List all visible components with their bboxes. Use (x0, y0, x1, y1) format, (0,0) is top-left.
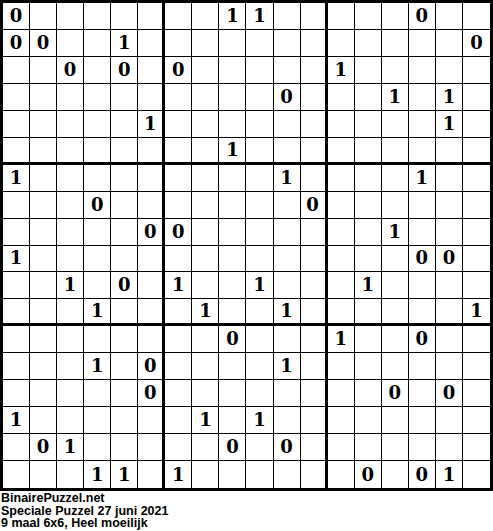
cell-r4c11: 0 (274, 84, 301, 111)
cell-r1c14[interactable] (355, 3, 382, 30)
cell-r1c15[interactable] (382, 3, 409, 30)
cell-r12c7[interactable] (165, 299, 192, 326)
cell-r13c6[interactable] (138, 326, 165, 353)
cell-r5c3[interactable] (57, 111, 84, 138)
cell-r10c14[interactable] (355, 246, 382, 273)
cell-r2c18: 0 (463, 30, 490, 57)
cell-r4c10[interactable] (246, 84, 273, 111)
cell-r11c12[interactable] (301, 272, 328, 299)
cell-r3c9[interactable] (219, 57, 246, 84)
cell-r9c10[interactable] (246, 219, 273, 246)
cell-r17c16[interactable] (409, 434, 436, 461)
cell-r3c4[interactable] (84, 57, 111, 84)
cell-r9c18[interactable] (463, 219, 490, 246)
cell-r17c10[interactable] (246, 434, 273, 461)
cell-r13c15[interactable] (382, 326, 409, 353)
cell-r11c7: 1 (165, 272, 192, 299)
cell-r6c18[interactable] (463, 138, 490, 165)
cell-r3c15[interactable] (382, 57, 409, 84)
cell-r4c6[interactable] (138, 84, 165, 111)
cell-r3c7: 0 (165, 57, 192, 84)
cell-r16c3[interactable] (57, 407, 84, 434)
cell-r18c15[interactable] (382, 461, 409, 488)
cell-r6c17[interactable] (436, 138, 463, 165)
cell-r2c15[interactable] (382, 30, 409, 57)
cell-r4c14[interactable] (355, 84, 382, 111)
cell-r8c11[interactable] (274, 192, 301, 219)
cell-r17c6[interactable] (138, 434, 165, 461)
cell-r13c18[interactable] (463, 326, 490, 353)
cell-r6c1[interactable] (3, 138, 30, 165)
cell-r6c3[interactable] (57, 138, 84, 165)
cell-r15c5[interactable] (111, 380, 138, 407)
cell-r13c16: 0 (409, 326, 436, 353)
cell-r6c5[interactable] (111, 138, 138, 165)
cell-r9c2[interactable] (30, 219, 57, 246)
cell-r10c7[interactable] (165, 246, 192, 273)
cell-r5c15[interactable] (382, 111, 409, 138)
cell-r2c4[interactable] (84, 30, 111, 57)
cell-r3c11[interactable] (274, 57, 301, 84)
cell-r3c6[interactable] (138, 57, 165, 84)
cell-r3c2[interactable] (30, 57, 57, 84)
cell-r18c13[interactable] (328, 461, 355, 488)
cell-r12c1[interactable] (3, 299, 30, 326)
cell-r4c1[interactable] (3, 84, 30, 111)
cell-r9c7: 0 (165, 219, 192, 246)
cell-r4c12[interactable] (301, 84, 328, 111)
cell-r14c17[interactable] (436, 353, 463, 380)
cell-r14c16[interactable] (409, 353, 436, 380)
cell-r15c1[interactable] (3, 380, 30, 407)
cell-r14c18[interactable] (463, 353, 490, 380)
cell-r7c15[interactable] (382, 165, 409, 192)
cell-r16c6[interactable] (138, 407, 165, 434)
cell-r14c15[interactable] (382, 353, 409, 380)
cell-r12c15[interactable] (382, 299, 409, 326)
cell-r10c11[interactable] (274, 246, 301, 273)
cell-r13c11[interactable] (274, 326, 301, 353)
cell-r10c10[interactable] (246, 246, 273, 273)
cell-r17c18[interactable] (463, 434, 490, 461)
cell-r8c14[interactable] (355, 192, 382, 219)
cell-r14c1[interactable] (3, 353, 30, 380)
cell-r7c13[interactable] (328, 165, 355, 192)
cell-r9c16[interactable] (409, 219, 436, 246)
cell-r9c5[interactable] (111, 219, 138, 246)
cell-r18c12[interactable] (301, 461, 328, 488)
cell-r7c16: 1 (409, 165, 436, 192)
cell-r5c17: 1 (436, 111, 463, 138)
cell-r8c4: 0 (84, 192, 111, 219)
cell-r13c10[interactable] (246, 326, 273, 353)
cell-r15c2[interactable] (30, 380, 57, 407)
cell-r18c5: 1 (111, 461, 138, 488)
cell-r12c9[interactable] (219, 299, 246, 326)
cell-r4c16[interactable] (409, 84, 436, 111)
cell-r15c15: 0 (382, 380, 409, 407)
cell-r2c13[interactable] (328, 30, 355, 57)
cell-r12c14[interactable] (355, 299, 382, 326)
cell-r1c13[interactable] (328, 3, 355, 30)
cell-r1c4[interactable] (84, 3, 111, 30)
cell-r8c17[interactable] (436, 192, 463, 219)
cell-r7c3[interactable] (57, 165, 84, 192)
cell-r10c13[interactable] (328, 246, 355, 273)
cell-r15c4[interactable] (84, 380, 111, 407)
cell-r5c18[interactable] (463, 111, 490, 138)
cell-r18c3[interactable] (57, 461, 84, 488)
cell-r15c9[interactable] (219, 380, 246, 407)
cell-r15c7[interactable] (165, 380, 192, 407)
cell-r1c2[interactable] (30, 3, 57, 30)
cell-r11c17[interactable] (436, 272, 463, 299)
cell-r16c2[interactable] (30, 407, 57, 434)
cell-r9c12[interactable] (301, 219, 328, 246)
cell-r2c17[interactable] (436, 30, 463, 57)
cell-r13c3[interactable] (57, 326, 84, 353)
cell-r4c13[interactable] (328, 84, 355, 111)
cell-r14c9[interactable] (219, 353, 246, 380)
cell-r17c15[interactable] (382, 434, 409, 461)
cell-r16c12[interactable] (301, 407, 328, 434)
cell-r13c12[interactable] (301, 326, 328, 353)
cell-r11c10: 1 (246, 272, 273, 299)
cell-r13c5[interactable] (111, 326, 138, 353)
cell-r16c10: 1 (246, 407, 273, 434)
cell-r9c1[interactable] (3, 219, 30, 246)
cell-r17c14[interactable] (355, 434, 382, 461)
cell-r4c17: 1 (436, 84, 463, 111)
cell-r17c17[interactable] (436, 434, 463, 461)
cell-r7c14[interactable] (355, 165, 382, 192)
puzzle-footer: BinairePuzzel.net Speciale Puzzel 27 jun… (1, 492, 492, 530)
cell-r4c2[interactable] (30, 84, 57, 111)
cell-r16c13[interactable] (328, 407, 355, 434)
cell-r3c17[interactable] (436, 57, 463, 84)
cell-r18c6[interactable] (138, 461, 165, 488)
cell-r11c15[interactable] (382, 272, 409, 299)
cell-r7c4[interactable] (84, 165, 111, 192)
cell-r1c17[interactable] (436, 3, 463, 30)
cell-r8c1[interactable] (3, 192, 30, 219)
cell-r10c3[interactable] (57, 246, 84, 273)
cell-r2c9[interactable] (219, 30, 246, 57)
cell-r18c10[interactable] (246, 461, 273, 488)
cell-r1c1: 0 (3, 3, 30, 30)
cell-r5c1[interactable] (3, 111, 30, 138)
cell-r10c8[interactable] (192, 246, 219, 273)
cell-r6c8[interactable] (192, 138, 219, 165)
cell-r16c11[interactable] (274, 407, 301, 434)
cell-r1c16: 0 (409, 3, 436, 30)
cell-r10c15[interactable] (382, 246, 409, 273)
cell-r14c5[interactable] (111, 353, 138, 380)
cell-r11c9[interactable] (219, 272, 246, 299)
cell-r12c17[interactable] (436, 299, 463, 326)
cell-r5c12[interactable] (301, 111, 328, 138)
cell-r14c3[interactable] (57, 353, 84, 380)
cell-r3c16[interactable] (409, 57, 436, 84)
cell-r13c1[interactable] (3, 326, 30, 353)
cell-r10c12[interactable] (301, 246, 328, 273)
cell-r16c7[interactable] (165, 407, 192, 434)
cell-r15c13[interactable] (328, 380, 355, 407)
cell-r6c7[interactable] (165, 138, 192, 165)
cell-r15c17: 0 (436, 380, 463, 407)
cell-r8c5[interactable] (111, 192, 138, 219)
cell-r9c17[interactable] (436, 219, 463, 246)
cell-r4c9[interactable] (219, 84, 246, 111)
cell-r16c18[interactable] (463, 407, 490, 434)
cell-r2c5: 1 (111, 30, 138, 57)
cell-r12c16[interactable] (409, 299, 436, 326)
cell-r16c17[interactable] (436, 407, 463, 434)
cell-r14c6: 0 (138, 353, 165, 380)
cell-r3c14[interactable] (355, 57, 382, 84)
cell-r6c14[interactable] (355, 138, 382, 165)
cell-r17c1[interactable] (3, 434, 30, 461)
cell-r14c12[interactable] (301, 353, 328, 380)
cell-r6c12[interactable] (301, 138, 328, 165)
cell-r11c2[interactable] (30, 272, 57, 299)
cell-r3c12[interactable] (301, 57, 328, 84)
cell-r7c7[interactable] (165, 165, 192, 192)
cell-r4c18[interactable] (463, 84, 490, 111)
cell-r14c10[interactable] (246, 353, 273, 380)
cell-r11c5: 0 (111, 272, 138, 299)
cell-r3c8[interactable] (192, 57, 219, 84)
cell-r4c8[interactable] (192, 84, 219, 111)
cell-r16c4[interactable] (84, 407, 111, 434)
cell-r5c13[interactable] (328, 111, 355, 138)
cell-r11c8[interactable] (192, 272, 219, 299)
cell-r16c14[interactable] (355, 407, 382, 434)
cell-r6c15[interactable] (382, 138, 409, 165)
cell-r15c18[interactable] (463, 380, 490, 407)
cell-r18c1[interactable] (3, 461, 30, 488)
cell-r15c14[interactable] (355, 380, 382, 407)
cell-r17c13[interactable] (328, 434, 355, 461)
cell-r6c16[interactable] (409, 138, 436, 165)
cell-r18c18[interactable] (463, 461, 490, 488)
cell-r18c9[interactable] (219, 461, 246, 488)
cell-r5c8[interactable] (192, 111, 219, 138)
cell-r13c13: 1 (328, 326, 355, 353)
cell-r15c10[interactable] (246, 380, 273, 407)
cell-r10c18[interactable] (463, 246, 490, 273)
cell-r1c5[interactable] (111, 3, 138, 30)
cell-r14c14[interactable] (355, 353, 382, 380)
cell-r2c7[interactable] (165, 30, 192, 57)
cell-r10c9[interactable] (219, 246, 246, 273)
cell-r5c16[interactable] (409, 111, 436, 138)
cell-r9c8[interactable] (192, 219, 219, 246)
cell-r15c11[interactable] (274, 380, 301, 407)
cell-r1c11[interactable] (274, 3, 301, 30)
cell-r14c2[interactable] (30, 353, 57, 380)
cell-r13c7[interactable] (165, 326, 192, 353)
cell-r8c15[interactable] (382, 192, 409, 219)
cell-r16c1: 1 (3, 407, 30, 434)
cell-r18c8[interactable] (192, 461, 219, 488)
cell-r5c5[interactable] (111, 111, 138, 138)
cell-r8c3[interactable] (57, 192, 84, 219)
cell-r4c7[interactable] (165, 84, 192, 111)
cell-r14c13[interactable] (328, 353, 355, 380)
cell-r17c12[interactable] (301, 434, 328, 461)
cell-r12c3[interactable] (57, 299, 84, 326)
cell-r2c10[interactable] (246, 30, 273, 57)
cell-r8c7[interactable] (165, 192, 192, 219)
cell-r17c7[interactable] (165, 434, 192, 461)
cell-r2c16[interactable] (409, 30, 436, 57)
cell-r3c18[interactable] (463, 57, 490, 84)
cell-r10c5[interactable] (111, 246, 138, 273)
cell-r16c15[interactable] (382, 407, 409, 434)
cell-r10c6[interactable] (138, 246, 165, 273)
cell-r14c8[interactable] (192, 353, 219, 380)
cell-r17c11: 0 (274, 434, 301, 461)
cell-r10c4[interactable] (84, 246, 111, 273)
cell-r10c2[interactable] (30, 246, 57, 273)
cell-r12c2[interactable] (30, 299, 57, 326)
cell-r2c8[interactable] (192, 30, 219, 57)
cell-r13c8[interactable] (192, 326, 219, 353)
cell-r4c5[interactable] (111, 84, 138, 111)
cell-r7c10[interactable] (246, 165, 273, 192)
cell-r7c17[interactable] (436, 165, 463, 192)
cell-r8c2[interactable] (30, 192, 57, 219)
cell-r12c13[interactable] (328, 299, 355, 326)
cell-r9c11[interactable] (274, 219, 301, 246)
cell-r15c8[interactable] (192, 380, 219, 407)
cell-r7c9[interactable] (219, 165, 246, 192)
cell-r8c8[interactable] (192, 192, 219, 219)
cell-r15c3[interactable] (57, 380, 84, 407)
cell-r9c14[interactable] (355, 219, 382, 246)
cell-r7c18[interactable] (463, 165, 490, 192)
cell-r12c4: 1 (84, 299, 111, 326)
cell-r1c8[interactable] (192, 3, 219, 30)
cell-r3c10[interactable] (246, 57, 273, 84)
cell-r11c4[interactable] (84, 272, 111, 299)
cell-r16c16[interactable] (409, 407, 436, 434)
cell-r8c18[interactable] (463, 192, 490, 219)
cell-r8c13[interactable] (328, 192, 355, 219)
cell-r9c4[interactable] (84, 219, 111, 246)
cell-r17c4[interactable] (84, 434, 111, 461)
cell-r8c16[interactable] (409, 192, 436, 219)
cell-r11c16[interactable] (409, 272, 436, 299)
cell-r5c10[interactable] (246, 111, 273, 138)
cell-r1c12[interactable] (301, 3, 328, 30)
cell-r1c7[interactable] (165, 3, 192, 30)
cell-r6c2[interactable] (30, 138, 57, 165)
cell-r9c9[interactable] (219, 219, 246, 246)
cell-r11c13[interactable] (328, 272, 355, 299)
cell-r8c10[interactable] (246, 192, 273, 219)
cell-r16c5[interactable] (111, 407, 138, 434)
cell-r3c1[interactable] (3, 57, 30, 84)
cell-r18c17: 1 (436, 461, 463, 488)
cell-r6c4[interactable] (84, 138, 111, 165)
cell-r4c3[interactable] (57, 84, 84, 111)
cell-r11c11[interactable] (274, 272, 301, 299)
cell-r12c6[interactable] (138, 299, 165, 326)
cell-r5c11[interactable] (274, 111, 301, 138)
cell-r6c11[interactable] (274, 138, 301, 165)
cell-r11c18[interactable] (463, 272, 490, 299)
cell-r11c6[interactable] (138, 272, 165, 299)
cell-r13c2[interactable] (30, 326, 57, 353)
cell-r1c6[interactable] (138, 3, 165, 30)
cell-r1c18[interactable] (463, 3, 490, 30)
cell-r17c8[interactable] (192, 434, 219, 461)
cell-r7c5[interactable] (111, 165, 138, 192)
cell-r5c2[interactable] (30, 111, 57, 138)
cell-r12c11: 1 (274, 299, 301, 326)
cell-r8c9[interactable] (219, 192, 246, 219)
cell-r14c4: 1 (84, 353, 111, 380)
cell-r7c6[interactable] (138, 165, 165, 192)
cell-r17c9: 0 (219, 434, 246, 461)
cell-r12c8: 1 (192, 299, 219, 326)
cell-r5c9[interactable] (219, 111, 246, 138)
cell-r13c14[interactable] (355, 326, 382, 353)
cell-r5c14[interactable] (355, 111, 382, 138)
cell-r13c9: 0 (219, 326, 246, 353)
cell-r1c3[interactable] (57, 3, 84, 30)
cell-r11c1[interactable] (3, 272, 30, 299)
cell-r7c8[interactable] (192, 165, 219, 192)
cell-r9c3[interactable] (57, 219, 84, 246)
cell-r2c11[interactable] (274, 30, 301, 57)
cell-r7c12[interactable] (301, 165, 328, 192)
cell-r7c2[interactable] (30, 165, 57, 192)
cell-r13c4[interactable] (84, 326, 111, 353)
cell-r17c5[interactable] (111, 434, 138, 461)
cell-r18c11[interactable] (274, 461, 301, 488)
cell-r5c7[interactable] (165, 111, 192, 138)
cell-r8c6[interactable] (138, 192, 165, 219)
cell-r3c3: 0 (57, 57, 84, 84)
cell-r3c5: 0 (111, 57, 138, 84)
cell-r12c10[interactable] (246, 299, 273, 326)
cell-r18c7: 1 (165, 461, 192, 488)
cell-r4c4[interactable] (84, 84, 111, 111)
cell-r16c9[interactable] (219, 407, 246, 434)
cell-r2c1: 0 (3, 30, 30, 57)
cell-r5c4[interactable] (84, 111, 111, 138)
cell-r2c6[interactable] (138, 30, 165, 57)
cell-r2c14[interactable] (355, 30, 382, 57)
cell-r12c5[interactable] (111, 299, 138, 326)
cell-r2c3[interactable] (57, 30, 84, 57)
cell-r15c6: 0 (138, 380, 165, 407)
cell-r12c12[interactable] (301, 299, 328, 326)
cell-r15c16[interactable] (409, 380, 436, 407)
cell-r9c13[interactable] (328, 219, 355, 246)
cell-r18c2[interactable] (30, 461, 57, 488)
cell-r6c10[interactable] (246, 138, 273, 165)
cell-r15c12[interactable] (301, 380, 328, 407)
cell-r13c17[interactable] (436, 326, 463, 353)
cell-r6c13[interactable] (328, 138, 355, 165)
cell-r2c12[interactable] (301, 30, 328, 57)
cell-r6c6[interactable] (138, 138, 165, 165)
cell-r14c7[interactable] (165, 353, 192, 380)
